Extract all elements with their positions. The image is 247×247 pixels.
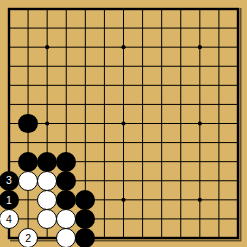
intersection-10-1[interactable] [171, 0, 190, 19]
intersection-2-1[interactable] [19, 0, 38, 19]
intersection-8-7[interactable] [133, 114, 152, 133]
intersection-10-8[interactable] [171, 133, 190, 152]
intersection-8-8[interactable] [133, 133, 152, 152]
intersection-3-6[interactable] [38, 95, 57, 114]
intersection-3-1[interactable] [38, 0, 57, 19]
intersection-11-12[interactable] [190, 209, 209, 228]
intersection-4-9[interactable] [57, 152, 76, 171]
intersection-5-10[interactable] [76, 171, 95, 190]
intersection-6-4[interactable] [95, 57, 114, 76]
intersection-5-3[interactable] [76, 38, 95, 57]
intersection-9-11[interactable] [152, 190, 171, 209]
white-stone [37, 171, 57, 191]
intersection-13-5[interactable] [228, 76, 247, 95]
intersection-7-6[interactable] [114, 95, 133, 114]
move-number-label: 4 [6, 214, 12, 225]
intersection-4-13[interactable] [57, 228, 76, 247]
intersection-12-4[interactable] [209, 57, 228, 76]
intersection-10-11[interactable] [171, 190, 190, 209]
intersection-2-5[interactable] [19, 76, 38, 95]
intersection-11-10[interactable] [190, 171, 209, 190]
black-stone [56, 190, 76, 210]
intersection-11-7[interactable] [190, 114, 209, 133]
intersection-2-9[interactable] [19, 152, 38, 171]
intersection-8-10[interactable] [133, 171, 152, 190]
intersection-2-7[interactable] [19, 114, 38, 133]
intersection-1-4[interactable] [0, 57, 19, 76]
black-stone [37, 152, 57, 172]
intersection-11-8[interactable] [190, 133, 209, 152]
intersection-2-10[interactable] [19, 171, 38, 190]
intersection-5-8[interactable] [76, 133, 95, 152]
stones-grid: 3142 [0, 0, 247, 247]
intersection-4-5[interactable] [57, 76, 76, 95]
intersection-3-4[interactable] [38, 57, 57, 76]
intersection-6-10[interactable] [95, 171, 114, 190]
intersection-6-9[interactable] [95, 152, 114, 171]
intersection-2-12[interactable] [19, 209, 38, 228]
intersection-9-9[interactable] [152, 152, 171, 171]
intersection-5-4[interactable] [76, 57, 95, 76]
intersection-1-5[interactable] [0, 76, 19, 95]
intersection-11-3[interactable] [190, 38, 209, 57]
intersection-9-12[interactable] [152, 209, 171, 228]
intersection-13-6[interactable] [228, 95, 247, 114]
intersection-10-9[interactable] [171, 152, 190, 171]
intersection-7-12[interactable] [114, 209, 133, 228]
intersection-10-4[interactable] [171, 57, 190, 76]
intersection-11-5[interactable] [190, 76, 209, 95]
intersection-13-3[interactable] [228, 38, 247, 57]
intersection-7-4[interactable] [114, 57, 133, 76]
intersection-6-13[interactable] [95, 228, 114, 247]
intersection-7-9[interactable] [114, 152, 133, 171]
intersection-6-11[interactable] [95, 190, 114, 209]
black-stone: 1 [0, 190, 19, 210]
black-stone: 3 [0, 171, 19, 191]
intersection-10-3[interactable] [171, 38, 190, 57]
intersection-8-13[interactable] [133, 228, 152, 247]
intersection-6-3[interactable] [95, 38, 114, 57]
white-stone: 4 [0, 209, 19, 229]
intersection-9-8[interactable] [152, 133, 171, 152]
intersection-4-12[interactable] [57, 209, 76, 228]
intersection-6-12[interactable] [95, 209, 114, 228]
black-stone [75, 228, 95, 247]
intersection-13-12[interactable] [228, 209, 247, 228]
intersection-1-8[interactable] [0, 133, 19, 152]
white-stone [56, 228, 76, 247]
intersection-4-7[interactable] [57, 114, 76, 133]
intersection-12-3[interactable] [209, 38, 228, 57]
white-stone [37, 209, 57, 229]
intersection-11-2[interactable] [190, 19, 209, 38]
intersection-7-2[interactable] [114, 19, 133, 38]
intersection-5-1[interactable] [76, 0, 95, 19]
intersection-6-1[interactable] [95, 0, 114, 19]
intersection-5-2[interactable] [76, 19, 95, 38]
intersection-12-12[interactable] [209, 209, 228, 228]
intersection-12-6[interactable] [209, 95, 228, 114]
intersection-9-10[interactable] [152, 171, 171, 190]
intersection-12-9[interactable] [209, 152, 228, 171]
intersection-5-7[interactable] [76, 114, 95, 133]
intersection-8-1[interactable] [133, 0, 152, 19]
intersection-2-8[interactable] [19, 133, 38, 152]
intersection-8-5[interactable] [133, 76, 152, 95]
intersection-7-11[interactable] [114, 190, 133, 209]
intersection-4-4[interactable] [57, 57, 76, 76]
go-board-diagram: 3142 [0, 0, 247, 247]
intersection-8-3[interactable] [133, 38, 152, 57]
intersection-1-3[interactable] [0, 38, 19, 57]
intersection-13-7[interactable] [228, 114, 247, 133]
black-stone [18, 114, 38, 134]
intersection-7-5[interactable] [114, 76, 133, 95]
black-stone [18, 152, 38, 172]
intersection-5-12[interactable] [76, 209, 95, 228]
intersection-12-13[interactable] [209, 228, 228, 247]
intersection-1-13[interactable] [0, 228, 19, 247]
intersection-10-7[interactable] [171, 114, 190, 133]
intersection-1-10[interactable]: 3 [0, 171, 19, 190]
intersection-4-10[interactable] [57, 171, 76, 190]
intersection-2-2[interactable] [19, 19, 38, 38]
intersection-10-2[interactable] [171, 19, 190, 38]
black-stone [56, 152, 76, 172]
intersection-8-12[interactable] [133, 209, 152, 228]
white-stone [56, 209, 76, 229]
intersection-6-8[interactable] [95, 133, 114, 152]
intersection-2-3[interactable] [19, 38, 38, 57]
intersection-3-8[interactable] [38, 133, 57, 152]
intersection-11-13[interactable] [190, 228, 209, 247]
intersection-9-7[interactable] [152, 114, 171, 133]
intersection-3-13[interactable] [38, 228, 57, 247]
intersection-13-4[interactable] [228, 57, 247, 76]
intersection-9-13[interactable] [152, 228, 171, 247]
intersection-2-11[interactable] [19, 190, 38, 209]
black-stone [75, 209, 95, 229]
intersection-3-7[interactable] [38, 114, 57, 133]
intersection-11-4[interactable] [190, 57, 209, 76]
intersection-11-1[interactable] [190, 0, 209, 19]
white-stone: 2 [18, 228, 38, 247]
intersection-9-2[interactable] [152, 19, 171, 38]
intersection-7-3[interactable] [114, 38, 133, 57]
intersection-13-10[interactable] [228, 171, 247, 190]
intersection-7-7[interactable] [114, 114, 133, 133]
intersection-1-12[interactable]: 4 [0, 209, 19, 228]
intersection-9-3[interactable] [152, 38, 171, 57]
intersection-3-11[interactable] [38, 190, 57, 209]
intersection-8-11[interactable] [133, 190, 152, 209]
black-stone [56, 171, 76, 191]
intersection-5-13[interactable] [76, 228, 95, 247]
intersection-4-1[interactable] [57, 0, 76, 19]
intersection-3-5[interactable] [38, 76, 57, 95]
intersection-3-12[interactable] [38, 209, 57, 228]
intersection-10-12[interactable] [171, 209, 190, 228]
intersection-12-2[interactable] [209, 19, 228, 38]
intersection-12-5[interactable] [209, 76, 228, 95]
intersection-10-6[interactable] [171, 95, 190, 114]
intersection-9-1[interactable] [152, 0, 171, 19]
intersection-6-5[interactable] [95, 76, 114, 95]
intersection-1-9[interactable] [0, 152, 19, 171]
intersection-2-13[interactable]: 2 [19, 228, 38, 247]
white-stone [18, 171, 38, 191]
intersection-9-5[interactable] [152, 76, 171, 95]
intersection-8-2[interactable] [133, 19, 152, 38]
intersection-11-9[interactable] [190, 152, 209, 171]
intersection-3-3[interactable] [38, 38, 57, 57]
intersection-7-8[interactable] [114, 133, 133, 152]
white-stone [37, 190, 57, 210]
intersection-13-11[interactable] [228, 190, 247, 209]
intersection-13-13[interactable] [228, 228, 247, 247]
intersection-11-6[interactable] [190, 95, 209, 114]
intersection-8-4[interactable] [133, 57, 152, 76]
intersection-2-6[interactable] [19, 95, 38, 114]
intersection-13-1[interactable] [228, 0, 247, 19]
move-number-label: 3 [6, 175, 12, 186]
intersection-10-5[interactable] [171, 76, 190, 95]
intersection-5-6[interactable] [76, 95, 95, 114]
intersection-4-2[interactable] [57, 19, 76, 38]
intersection-7-10[interactable] [114, 171, 133, 190]
intersection-5-9[interactable] [76, 152, 95, 171]
intersection-10-13[interactable] [171, 228, 190, 247]
intersection-3-2[interactable] [38, 19, 57, 38]
intersection-3-9[interactable] [38, 152, 57, 171]
intersection-12-8[interactable] [209, 133, 228, 152]
intersection-7-1[interactable] [114, 0, 133, 19]
intersection-4-6[interactable] [57, 95, 76, 114]
intersection-1-11[interactable]: 1 [0, 190, 19, 209]
intersection-8-6[interactable] [133, 95, 152, 114]
intersection-12-7[interactable] [209, 114, 228, 133]
intersection-1-2[interactable] [0, 19, 19, 38]
intersection-11-11[interactable] [190, 190, 209, 209]
intersection-4-8[interactable] [57, 133, 76, 152]
intersection-7-13[interactable] [114, 228, 133, 247]
intersection-5-11[interactable] [76, 190, 95, 209]
intersection-6-7[interactable] [95, 114, 114, 133]
intersection-9-6[interactable] [152, 95, 171, 114]
intersection-4-3[interactable] [57, 38, 76, 57]
intersection-12-11[interactable] [209, 190, 228, 209]
move-number-label: 1 [6, 195, 12, 206]
intersection-2-4[interactable] [19, 57, 38, 76]
intersection-10-10[interactable] [171, 171, 190, 190]
intersection-13-2[interactable] [228, 19, 247, 38]
black-stone [75, 190, 95, 210]
move-number-label: 2 [25, 233, 31, 244]
intersection-12-10[interactable] [209, 171, 228, 190]
intersection-4-11[interactable] [57, 190, 76, 209]
intersection-9-4[interactable] [152, 57, 171, 76]
intersection-1-7[interactable] [0, 114, 19, 133]
intersection-3-10[interactable] [38, 171, 57, 190]
intersection-13-8[interactable] [228, 133, 247, 152]
intersection-8-9[interactable] [133, 152, 152, 171]
intersection-1-6[interactable] [0, 95, 19, 114]
intersection-6-6[interactable] [95, 95, 114, 114]
intersection-12-1[interactable] [209, 0, 228, 19]
intersection-13-9[interactable] [228, 152, 247, 171]
intersection-1-1[interactable] [0, 0, 19, 19]
intersection-6-2[interactable] [95, 19, 114, 38]
intersection-5-5[interactable] [76, 76, 95, 95]
